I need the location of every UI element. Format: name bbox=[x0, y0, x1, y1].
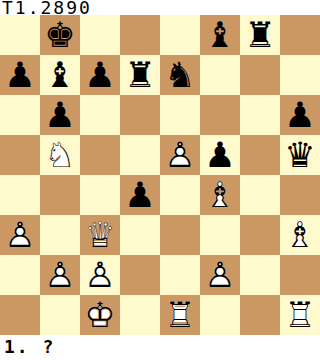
square-a4[interactable] bbox=[0, 175, 40, 215]
square-g2[interactable] bbox=[240, 255, 280, 295]
square-a3[interactable]: ♟♙ bbox=[0, 215, 40, 255]
square-b2[interactable]: ♟♙ bbox=[40, 255, 80, 295]
square-f1[interactable] bbox=[200, 295, 240, 335]
square-h6[interactable]: ♟ bbox=[280, 95, 320, 135]
square-d1[interactable] bbox=[120, 295, 160, 335]
black-piece-glyph: ♟ bbox=[200, 135, 240, 175]
square-e4[interactable] bbox=[160, 175, 200, 215]
square-e1[interactable]: ♜♖ bbox=[160, 295, 200, 335]
black-piece-glyph: ♝ bbox=[200, 15, 240, 55]
square-h8[interactable] bbox=[280, 15, 320, 55]
white-pawn[interactable]: ♟♙ bbox=[160, 135, 200, 175]
square-c4[interactable] bbox=[80, 175, 120, 215]
white-piece-outline: ♖ bbox=[160, 295, 200, 335]
black-piece-glyph: ♟ bbox=[280, 95, 320, 135]
square-e5[interactable]: ♟♙ bbox=[160, 135, 200, 175]
square-h1[interactable]: ♜♖ bbox=[280, 295, 320, 335]
square-c8[interactable] bbox=[80, 15, 120, 55]
black-piece-glyph: ♝ bbox=[40, 55, 80, 95]
white-piece-outline: ♙ bbox=[0, 215, 40, 255]
black-rook[interactable]: ♜ bbox=[120, 55, 160, 95]
square-g6[interactable] bbox=[240, 95, 280, 135]
square-c6[interactable] bbox=[80, 95, 120, 135]
white-piece-outline: ♙ bbox=[200, 255, 240, 295]
chess-puzzle-window: T1.2890 ♚♝♜♟♝♟♜♞♟♟♞♘♟♙♟♛♟♝♗♟♙♛♕♝♗♟♙♟♙♟♙♚… bbox=[0, 0, 320, 360]
square-h7[interactable] bbox=[280, 55, 320, 95]
white-piece-outline: ♗ bbox=[280, 215, 320, 255]
square-e3[interactable] bbox=[160, 215, 200, 255]
square-g8[interactable]: ♜ bbox=[240, 15, 280, 55]
black-pawn[interactable]: ♟ bbox=[200, 135, 240, 175]
square-f4[interactable]: ♝♗ bbox=[200, 175, 240, 215]
square-b7[interactable]: ♝ bbox=[40, 55, 80, 95]
white-pawn[interactable]: ♟♙ bbox=[40, 255, 80, 295]
black-pawn[interactable]: ♟ bbox=[80, 55, 120, 95]
white-pawn[interactable]: ♟♙ bbox=[0, 215, 40, 255]
white-bishop[interactable]: ♝♗ bbox=[280, 215, 320, 255]
move-prompt: 1. ? bbox=[4, 337, 55, 357]
square-g3[interactable] bbox=[240, 215, 280, 255]
square-h5[interactable]: ♛ bbox=[280, 135, 320, 175]
square-a8[interactable] bbox=[0, 15, 40, 55]
square-b8[interactable]: ♚ bbox=[40, 15, 80, 55]
white-piece-outline: ♖ bbox=[280, 295, 320, 335]
square-d6[interactable] bbox=[120, 95, 160, 135]
square-f7[interactable] bbox=[200, 55, 240, 95]
square-b1[interactable] bbox=[40, 295, 80, 335]
square-h4[interactable] bbox=[280, 175, 320, 215]
white-rook[interactable]: ♜♖ bbox=[160, 295, 200, 335]
white-piece-outline: ♘ bbox=[40, 135, 80, 175]
white-piece-outline: ♔ bbox=[80, 295, 120, 335]
black-piece-glyph: ♞ bbox=[160, 55, 200, 95]
white-piece-outline: ♙ bbox=[80, 255, 120, 295]
black-piece-glyph: ♜ bbox=[120, 55, 160, 95]
black-piece-glyph: ♛ bbox=[280, 135, 320, 175]
black-pawn[interactable]: ♟ bbox=[0, 55, 40, 95]
square-f6[interactable] bbox=[200, 95, 240, 135]
white-piece-outline: ♙ bbox=[160, 135, 200, 175]
square-d5[interactable] bbox=[120, 135, 160, 175]
square-c5[interactable] bbox=[80, 135, 120, 175]
square-a6[interactable] bbox=[0, 95, 40, 135]
square-f2[interactable]: ♟♙ bbox=[200, 255, 240, 295]
square-d7[interactable]: ♜ bbox=[120, 55, 160, 95]
square-d2[interactable] bbox=[120, 255, 160, 295]
black-king[interactable]: ♚ bbox=[40, 15, 80, 55]
square-e2[interactable] bbox=[160, 255, 200, 295]
square-g1[interactable] bbox=[240, 295, 280, 335]
chess-board: ♚♝♜♟♝♟♜♞♟♟♞♘♟♙♟♛♟♝♗♟♙♛♕♝♗♟♙♟♙♟♙♚♔♜♖♜♖ bbox=[0, 15, 320, 335]
square-c3[interactable]: ♛♕ bbox=[80, 215, 120, 255]
white-rook[interactable]: ♜♖ bbox=[280, 295, 320, 335]
black-piece-glyph: ♟ bbox=[40, 95, 80, 135]
square-g5[interactable] bbox=[240, 135, 280, 175]
square-d3[interactable] bbox=[120, 215, 160, 255]
white-pawn[interactable]: ♟♙ bbox=[200, 255, 240, 295]
black-bishop[interactable]: ♝ bbox=[200, 15, 240, 55]
square-a1[interactable] bbox=[0, 295, 40, 335]
black-piece-glyph: ♚ bbox=[40, 15, 80, 55]
square-a5[interactable] bbox=[0, 135, 40, 175]
white-king[interactable]: ♚♔ bbox=[80, 295, 120, 335]
square-h3[interactable]: ♝♗ bbox=[280, 215, 320, 255]
black-bishop[interactable]: ♝ bbox=[40, 55, 80, 95]
white-bishop[interactable]: ♝♗ bbox=[200, 175, 240, 215]
square-g7[interactable] bbox=[240, 55, 280, 95]
square-e6[interactable] bbox=[160, 95, 200, 135]
square-c1[interactable]: ♚♔ bbox=[80, 295, 120, 335]
square-c7[interactable]: ♟ bbox=[80, 55, 120, 95]
square-d8[interactable] bbox=[120, 15, 160, 55]
white-knight[interactable]: ♞♘ bbox=[40, 135, 80, 175]
white-pawn[interactable]: ♟♙ bbox=[80, 255, 120, 295]
black-piece-glyph: ♟ bbox=[120, 175, 160, 215]
square-b4[interactable] bbox=[40, 175, 80, 215]
square-e8[interactable] bbox=[160, 15, 200, 55]
black-pawn[interactable]: ♟ bbox=[40, 95, 80, 135]
white-piece-outline: ♗ bbox=[200, 175, 240, 215]
puzzle-id-label: T1.2890 bbox=[2, 0, 92, 15]
square-c2[interactable]: ♟♙ bbox=[80, 255, 120, 295]
black-pawn[interactable]: ♟ bbox=[280, 95, 320, 135]
square-b3[interactable] bbox=[40, 215, 80, 255]
white-piece-outline: ♙ bbox=[40, 255, 80, 295]
square-h2[interactable] bbox=[280, 255, 320, 295]
square-d4[interactable]: ♟ bbox=[120, 175, 160, 215]
square-g4[interactable] bbox=[240, 175, 280, 215]
black-queen[interactable]: ♛ bbox=[280, 135, 320, 175]
white-piece-outline: ♕ bbox=[80, 215, 120, 255]
square-b6[interactable]: ♟ bbox=[40, 95, 80, 135]
black-knight[interactable]: ♞ bbox=[160, 55, 200, 95]
black-piece-glyph: ♜ bbox=[240, 15, 280, 55]
square-b5[interactable]: ♞♘ bbox=[40, 135, 80, 175]
black-piece-glyph: ♟ bbox=[0, 55, 40, 95]
square-a2[interactable] bbox=[0, 255, 40, 295]
black-pawn[interactable]: ♟ bbox=[120, 175, 160, 215]
square-a7[interactable]: ♟ bbox=[0, 55, 40, 95]
black-rook[interactable]: ♜ bbox=[240, 15, 280, 55]
square-f3[interactable] bbox=[200, 215, 240, 255]
square-f5[interactable]: ♟ bbox=[200, 135, 240, 175]
white-queen[interactable]: ♛♕ bbox=[80, 215, 120, 255]
square-e7[interactable]: ♞ bbox=[160, 55, 200, 95]
square-f8[interactable]: ♝ bbox=[200, 15, 240, 55]
black-piece-glyph: ♟ bbox=[80, 55, 120, 95]
